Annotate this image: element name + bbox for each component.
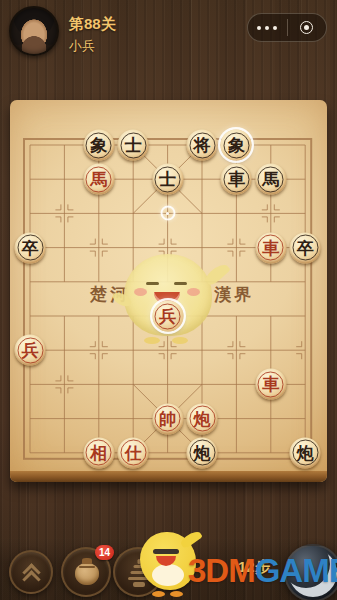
target-icon [300, 21, 313, 34]
miniprogram-capsule [247, 13, 327, 42]
piece-black-将[interactable]: 将 [187, 130, 218, 161]
piece-red-馬[interactable]: 馬 [83, 164, 114, 195]
money-bag-icon [75, 563, 99, 585]
piece-red-兵[interactable]: 兵 [152, 301, 183, 332]
piece-black-馬[interactable]: 馬 [255, 164, 286, 195]
dot-icon [257, 26, 261, 30]
piece-red-仕[interactable]: 仕 [118, 437, 149, 468]
piece-red-兵[interactable]: 兵 [15, 335, 46, 366]
piece-black-象[interactable]: 象 [83, 130, 114, 161]
piece-red-車[interactable]: 車 [255, 232, 286, 263]
level-title: 第88关 [69, 15, 116, 34]
hint-bag-button[interactable]: 14 [61, 547, 111, 597]
app-root: { "game": "xiangqi", "header": { "level"… [0, 0, 337, 600]
help-button[interactable] [113, 547, 163, 597]
piece-red-帥[interactable]: 帥 [152, 403, 183, 434]
dot-icon [273, 26, 277, 30]
more-options-button[interactable] [248, 26, 287, 30]
piece-black-卒[interactable]: 卒 [290, 232, 321, 263]
hint-count-badge: 14 [95, 545, 114, 560]
piece-red-車[interactable]: 車 [255, 369, 286, 400]
expand-toolbar-button[interactable] [9, 550, 53, 594]
piece-black-車[interactable]: 車 [221, 164, 252, 195]
bottom-toolbar: 14 12步 [0, 538, 337, 600]
player-avatar[interactable] [9, 6, 59, 56]
piece-black-炮[interactable]: 炮 [290, 437, 321, 468]
pagoda-icon [128, 559, 150, 587]
piece-red-相[interactable]: 相 [83, 437, 114, 468]
piece-black-士[interactable]: 士 [118, 130, 149, 161]
close-miniprogram-button[interactable] [288, 21, 327, 34]
player-name: 小兵 [69, 37, 95, 55]
piece-black-士[interactable]: 士 [152, 164, 183, 195]
xiangqi-board[interactable]: 楚河 漢界 象士将象馬士車馬卒車卒兵兵車帥炮相仕炮炮 [10, 100, 327, 482]
dark-sphere-button[interactable] [284, 544, 337, 600]
dot-icon [265, 26, 269, 30]
piece-black-卒[interactable]: 卒 [15, 232, 46, 263]
pieces-layer: 象士将象馬士車馬卒車卒兵兵車帥炮相仕炮炮 [10, 100, 327, 482]
piece-black-象[interactable]: 象 [221, 130, 252, 161]
piece-black-炮[interactable]: 炮 [187, 437, 218, 468]
steps-counter: 12步 [238, 558, 270, 577]
piece-red-炮[interactable]: 炮 [187, 403, 218, 434]
